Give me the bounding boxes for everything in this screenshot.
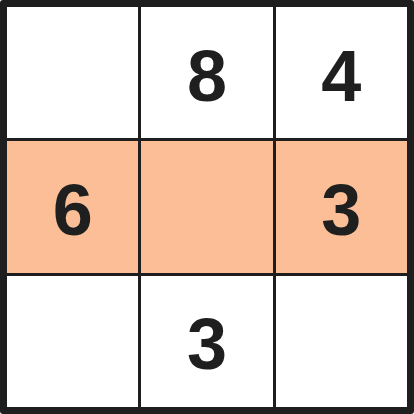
cell-digit: 6: [53, 174, 93, 246]
grid-cell-r0c1[interactable]: 8: [141, 7, 272, 138]
grid-cell-r2c1[interactable]: 3: [141, 276, 272, 407]
grid-cell-r1c0[interactable]: 6: [7, 141, 138, 272]
grid-cell-r0c2[interactable]: 4: [276, 7, 407, 138]
puzzle-board: 8 4 6 3 3: [0, 0, 414, 414]
cell-digit: 4: [321, 40, 361, 112]
cell-digit: 8: [187, 40, 227, 112]
cell-digit: 3: [187, 308, 227, 380]
grid-cell-r0c0[interactable]: [7, 7, 138, 138]
grid-cell-r2c2[interactable]: [276, 276, 407, 407]
cell-digit: 3: [321, 174, 361, 246]
grid-cell-r1c2[interactable]: 3: [276, 141, 407, 272]
grid-cell-r2c0[interactable]: [7, 276, 138, 407]
grid-cell-r1c1[interactable]: [141, 141, 272, 272]
